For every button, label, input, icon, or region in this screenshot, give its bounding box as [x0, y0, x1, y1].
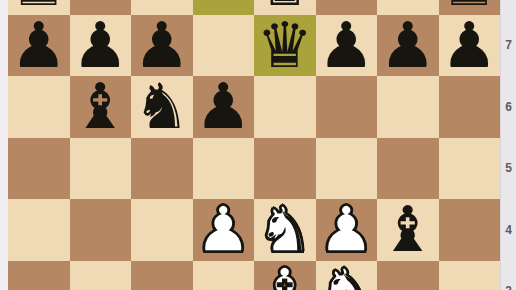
rank-label-5: 5 [501, 161, 516, 175]
square-c3[interactable] [131, 261, 193, 290]
square-b4[interactable] [70, 199, 132, 261]
square-g4[interactable]: ♝ [377, 199, 439, 261]
piece-white-knight-f3[interactable]: ♞ [318, 260, 374, 290]
square-e5[interactable] [254, 138, 316, 200]
rank-coordinates-strip: 76543 [500, 0, 516, 290]
square-h7[interactable]: ♟ [439, 15, 501, 77]
square-b6[interactable]: ♝ [70, 76, 132, 138]
square-d4[interactable]: ♟ [193, 199, 255, 261]
piece-black-queen-e7[interactable]: ♛ [257, 14, 313, 77]
piece-black-pawn-g7[interactable]: ♟ [380, 14, 436, 77]
piece-black-pawn-f7[interactable]: ♟ [318, 14, 374, 77]
square-c7[interactable]: ♟ [131, 15, 193, 77]
square-e6[interactable] [254, 76, 316, 138]
square-b7[interactable]: ♟ [70, 15, 132, 77]
piece-white-bishop-e3[interactable]: ♝ [257, 260, 313, 290]
piece-black-pawn-h7[interactable]: ♟ [441, 14, 497, 77]
square-f7[interactable]: ♟ [316, 15, 378, 77]
piece-white-pawn-d4[interactable]: ♟ [195, 198, 251, 261]
square-h5[interactable] [439, 138, 501, 200]
piece-white-pawn-f4[interactable]: ♟ [318, 198, 374, 261]
square-a4[interactable] [8, 199, 70, 261]
piece-black-bishop-g4[interactable]: ♝ [380, 198, 436, 261]
chess-board-viewport: ♜♚♜♟♟♟♛♟♟♟♝♞♟♟♞♟♝♝♞ 76543 [0, 0, 516, 290]
square-e7[interactable]: ♛ [254, 15, 316, 77]
square-e4[interactable]: ♞ [254, 199, 316, 261]
piece-black-pawn-c7[interactable]: ♟ [134, 14, 190, 77]
piece-black-pawn-b7[interactable]: ♟ [72, 14, 128, 77]
square-h6[interactable] [439, 76, 501, 138]
square-g3[interactable] [377, 261, 439, 290]
piece-black-knight-c6[interactable]: ♞ [134, 75, 190, 138]
square-f3[interactable]: ♞ [316, 261, 378, 290]
square-d8[interactable] [193, 0, 255, 15]
square-g6[interactable] [377, 76, 439, 138]
square-a5[interactable] [8, 138, 70, 200]
piece-black-pawn-d6[interactable]: ♟ [195, 75, 251, 138]
square-f4[interactable]: ♟ [316, 199, 378, 261]
rank-label-3: 3 [501, 284, 516, 290]
piece-white-knight-e4[interactable]: ♞ [257, 198, 313, 261]
square-e3[interactable]: ♝ [254, 261, 316, 290]
square-f5[interactable] [316, 138, 378, 200]
rank-label-4: 4 [501, 223, 516, 237]
square-c6[interactable]: ♞ [131, 76, 193, 138]
square-b5[interactable] [70, 138, 132, 200]
square-h3[interactable] [439, 261, 501, 290]
square-g5[interactable] [377, 138, 439, 200]
square-c5[interactable] [131, 138, 193, 200]
square-a3[interactable] [8, 261, 70, 290]
piece-black-bishop-b6[interactable]: ♝ [72, 75, 128, 138]
square-g7[interactable]: ♟ [377, 15, 439, 77]
square-c4[interactable] [131, 199, 193, 261]
piece-black-pawn-a7[interactable]: ♟ [11, 14, 67, 77]
square-d3[interactable] [193, 261, 255, 290]
rank-label-7: 7 [501, 38, 516, 52]
square-d6[interactable]: ♟ [193, 76, 255, 138]
square-a7[interactable]: ♟ [8, 15, 70, 77]
rank-label-6: 6 [501, 100, 516, 114]
square-f6[interactable] [316, 76, 378, 138]
square-d7[interactable] [193, 15, 255, 77]
square-d5[interactable] [193, 138, 255, 200]
chess-board: ♜♚♜♟♟♟♛♟♟♟♝♞♟♟♞♟♝♝♞ [8, 0, 500, 290]
square-a6[interactable] [8, 76, 70, 138]
square-h4[interactable] [439, 199, 501, 261]
square-b3[interactable] [70, 261, 132, 290]
